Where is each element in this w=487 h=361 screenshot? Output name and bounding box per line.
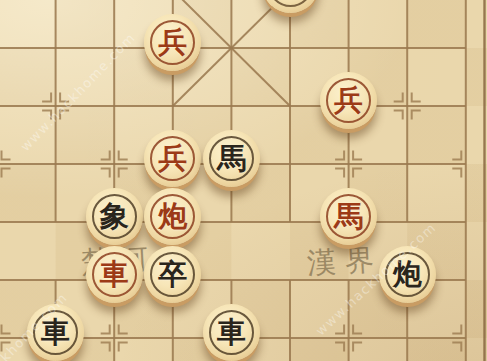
- piece-character: 兵: [144, 130, 201, 187]
- piece-red-soldier[interactable]: 兵: [144, 130, 201, 187]
- piece-character: 馬: [320, 188, 377, 245]
- piece-black-chariot[interactable]: 車: [203, 304, 260, 361]
- piece-character: 車: [86, 246, 143, 303]
- piece-unknown-cropped[interactable]: [262, 0, 319, 13]
- piece-red-soldier[interactable]: 兵: [144, 14, 201, 71]
- piece-character: 兵: [144, 14, 201, 71]
- piece-character: 炮: [379, 246, 436, 303]
- piece-character: 車: [27, 304, 84, 361]
- river-label-han-jie: 漢界: [306, 240, 384, 284]
- piece-black-elephant[interactable]: 象: [86, 188, 143, 245]
- piece-red-horse[interactable]: 馬: [320, 188, 377, 245]
- piece-character: 兵: [320, 72, 377, 129]
- xiangqi-board[interactable]: 楚河 漢界 兵兵兵馬象炮馬車卒炮車車 www.hackhome.comwww.h…: [0, 0, 487, 361]
- piece-red-soldier[interactable]: 兵: [320, 72, 377, 129]
- piece-black-soldier[interactable]: 卒: [144, 246, 201, 303]
- piece-character: 炮: [144, 188, 201, 245]
- piece-red-cannon[interactable]: 炮: [144, 188, 201, 245]
- piece-black-cannon[interactable]: 炮: [379, 246, 436, 303]
- piece-character: 車: [203, 304, 260, 361]
- piece-character: 象: [86, 188, 143, 245]
- piece-black-horse[interactable]: 馬: [203, 130, 260, 187]
- piece-character: 卒: [144, 246, 201, 303]
- piece-character: 馬: [203, 130, 260, 187]
- piece-red-chariot[interactable]: 車: [86, 246, 143, 303]
- piece-black-chariot[interactable]: 車: [27, 304, 84, 361]
- piece-character: [262, 0, 319, 13]
